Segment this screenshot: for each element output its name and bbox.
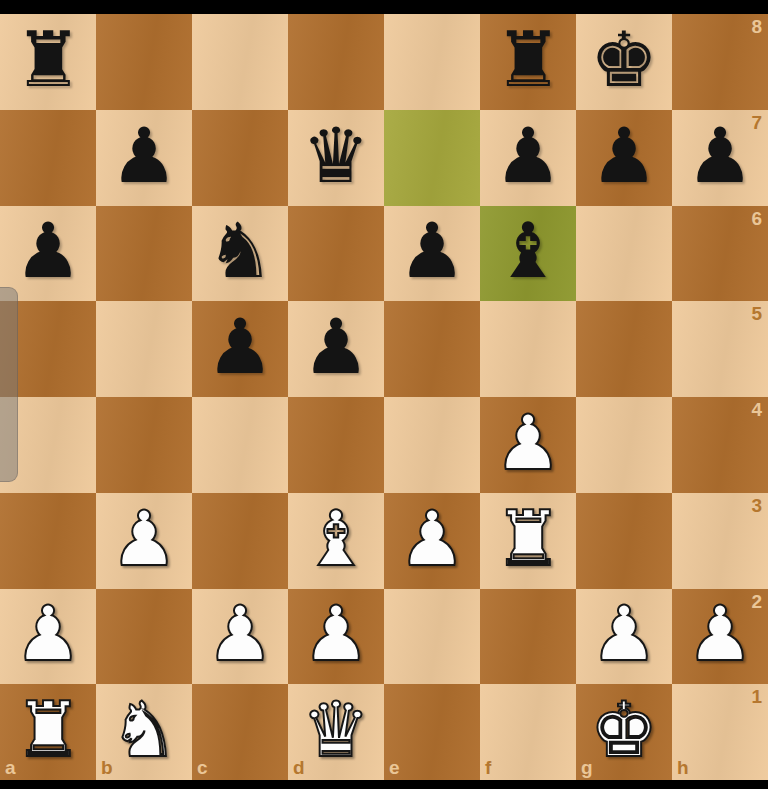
- black-rook[interactable]: ♜: [14, 22, 82, 98]
- square-h7[interactable]: ♟7: [672, 110, 768, 206]
- square-c8[interactable]: [192, 14, 288, 110]
- white-queen[interactable]: ♛: [302, 692, 370, 768]
- square-g3[interactable]: [576, 493, 672, 589]
- square-g6[interactable]: [576, 206, 672, 302]
- square-e6[interactable]: ♟: [384, 206, 480, 302]
- square-c1[interactable]: c: [192, 684, 288, 780]
- white-pawn[interactable]: ♟: [494, 405, 562, 481]
- white-bishop[interactable]: ♝: [302, 501, 370, 577]
- square-d7[interactable]: ♛: [288, 110, 384, 206]
- square-a6[interactable]: ♟: [0, 206, 96, 302]
- square-b1[interactable]: ♞b: [96, 684, 192, 780]
- square-b3[interactable]: ♟: [96, 493, 192, 589]
- white-king[interactable]: ♚: [590, 692, 658, 768]
- square-c7[interactable]: [192, 110, 288, 206]
- square-h1[interactable]: h1: [672, 684, 768, 780]
- black-pawn[interactable]: ♟: [398, 213, 466, 289]
- white-pawn[interactable]: ♟: [686, 596, 754, 672]
- white-pawn[interactable]: ♟: [398, 501, 466, 577]
- coord-file-h: h: [677, 758, 689, 777]
- square-f5[interactable]: [480, 301, 576, 397]
- square-f7[interactable]: ♟: [480, 110, 576, 206]
- square-c4[interactable]: [192, 397, 288, 493]
- square-e2[interactable]: [384, 589, 480, 685]
- square-c3[interactable]: [192, 493, 288, 589]
- black-rook[interactable]: ♜: [494, 22, 562, 98]
- black-pawn[interactable]: ♟: [686, 118, 754, 194]
- black-bishop[interactable]: ♝: [494, 213, 562, 289]
- top-bar: [0, 0, 768, 14]
- square-g4[interactable]: [576, 397, 672, 493]
- white-pawn[interactable]: ♟: [302, 596, 370, 672]
- coord-rank-5: 5: [751, 304, 762, 323]
- coord-file-e: e: [389, 758, 400, 777]
- square-a7[interactable]: [0, 110, 96, 206]
- square-e8[interactable]: [384, 14, 480, 110]
- bottom-bar: [0, 780, 768, 789]
- white-pawn[interactable]: ♟: [110, 501, 178, 577]
- black-knight[interactable]: ♞: [206, 213, 274, 289]
- square-b6[interactable]: [96, 206, 192, 302]
- coord-rank-8: 8: [751, 17, 762, 36]
- black-pawn[interactable]: ♟: [206, 309, 274, 385]
- coord-rank-1: 1: [751, 687, 762, 706]
- square-d1[interactable]: ♛d: [288, 684, 384, 780]
- square-g7[interactable]: ♟: [576, 110, 672, 206]
- black-king[interactable]: ♚: [590, 22, 658, 98]
- square-e7[interactable]: [384, 110, 480, 206]
- chess-app: ♜♜♚8♟♛♟♟♟7♟♞♟♝6♟♟5♟4♟♝♟♜3♟♟♟♟♟2♜a♞bc♛def…: [0, 0, 768, 789]
- chess-board: ♜♜♚8♟♛♟♟♟7♟♞♟♝6♟♟5♟4♟♝♟♜3♟♟♟♟♟2♜a♞bc♛def…: [0, 14, 768, 780]
- square-h2[interactable]: ♟2: [672, 589, 768, 685]
- square-c5[interactable]: ♟: [192, 301, 288, 397]
- white-pawn[interactable]: ♟: [206, 596, 274, 672]
- square-d5[interactable]: ♟: [288, 301, 384, 397]
- black-pawn[interactable]: ♟: [590, 118, 658, 194]
- square-b2[interactable]: [96, 589, 192, 685]
- white-rook[interactable]: ♜: [14, 692, 82, 768]
- square-e3[interactable]: ♟: [384, 493, 480, 589]
- white-pawn[interactable]: ♟: [14, 596, 82, 672]
- square-h4[interactable]: 4: [672, 397, 768, 493]
- square-d2[interactable]: ♟: [288, 589, 384, 685]
- coord-rank-3: 3: [751, 496, 762, 515]
- coord-rank-6: 6: [751, 209, 762, 228]
- side-swipe-handle[interactable]: [0, 287, 18, 482]
- square-b4[interactable]: [96, 397, 192, 493]
- square-d6[interactable]: [288, 206, 384, 302]
- square-a2[interactable]: ♟: [0, 589, 96, 685]
- square-g1[interactable]: ♚g: [576, 684, 672, 780]
- square-d3[interactable]: ♝: [288, 493, 384, 589]
- square-b5[interactable]: [96, 301, 192, 397]
- square-a8[interactable]: ♜: [0, 14, 96, 110]
- black-pawn[interactable]: ♟: [494, 118, 562, 194]
- square-h6[interactable]: 6: [672, 206, 768, 302]
- square-f2[interactable]: [480, 589, 576, 685]
- square-f6[interactable]: ♝: [480, 206, 576, 302]
- square-c2[interactable]: ♟: [192, 589, 288, 685]
- white-rook[interactable]: ♜: [494, 501, 562, 577]
- square-a3[interactable]: [0, 493, 96, 589]
- coord-rank-4: 4: [751, 400, 762, 419]
- square-f1[interactable]: f: [480, 684, 576, 780]
- square-g5[interactable]: [576, 301, 672, 397]
- white-knight[interactable]: ♞: [110, 692, 178, 768]
- square-c6[interactable]: ♞: [192, 206, 288, 302]
- black-pawn[interactable]: ♟: [14, 213, 82, 289]
- square-e5[interactable]: [384, 301, 480, 397]
- square-d8[interactable]: [288, 14, 384, 110]
- black-pawn[interactable]: ♟: [302, 309, 370, 385]
- square-e1[interactable]: e: [384, 684, 480, 780]
- coord-file-c: c: [197, 758, 208, 777]
- white-pawn[interactable]: ♟: [590, 596, 658, 672]
- square-g8[interactable]: ♚: [576, 14, 672, 110]
- black-queen[interactable]: ♛: [302, 118, 370, 194]
- square-h5[interactable]: 5: [672, 301, 768, 397]
- coord-file-f: f: [485, 758, 491, 777]
- square-b7[interactable]: ♟: [96, 110, 192, 206]
- square-f3[interactable]: ♜: [480, 493, 576, 589]
- square-a1[interactable]: ♜a: [0, 684, 96, 780]
- black-pawn[interactable]: ♟: [110, 118, 178, 194]
- square-f8[interactable]: ♜: [480, 14, 576, 110]
- square-e4[interactable]: [384, 397, 480, 493]
- square-b8[interactable]: [96, 14, 192, 110]
- square-d4[interactable]: [288, 397, 384, 493]
- square-g2[interactable]: ♟: [576, 589, 672, 685]
- square-f4[interactable]: ♟: [480, 397, 576, 493]
- square-h8[interactable]: 8: [672, 14, 768, 110]
- square-h3[interactable]: 3: [672, 493, 768, 589]
